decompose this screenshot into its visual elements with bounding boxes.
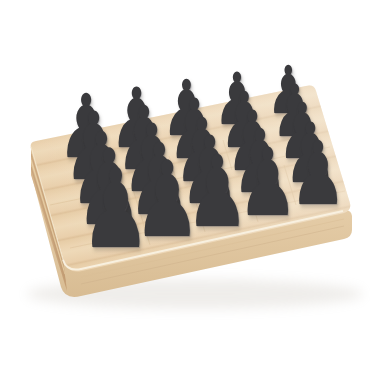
product-photo-canvas: ♟♟♟♟♟♟♟♟♟♟♟♟♟♟♟♟♟♟♟♟♟♟♟♟♟ <box>0 0 370 370</box>
pawn-r5c1[interactable]: ♟ <box>81 154 152 264</box>
